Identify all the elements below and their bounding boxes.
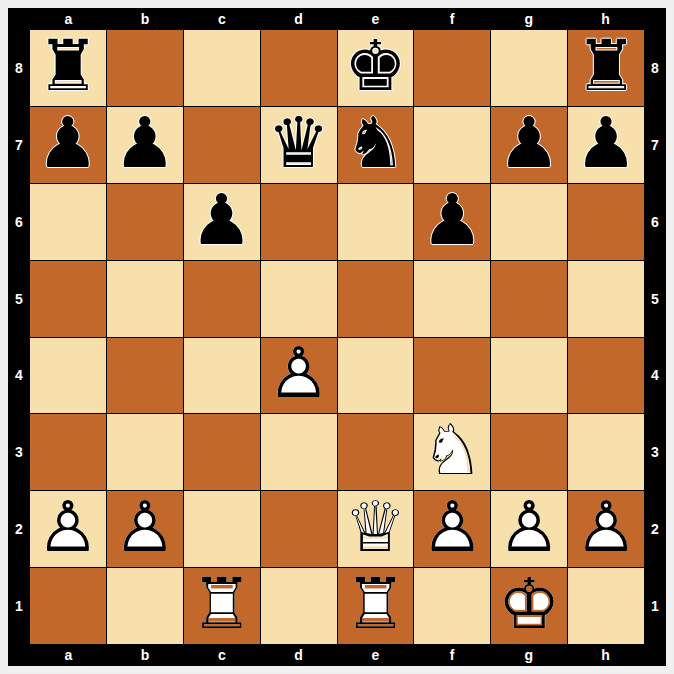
square-h6[interactable] — [568, 184, 644, 260]
file-label-b: b — [107, 8, 184, 30]
piece-glyph: ♞ — [344, 108, 407, 178]
square-a7[interactable]: ♟ — [30, 107, 106, 183]
white-knight[interactable]: ♞♘ — [421, 415, 484, 485]
square-h3[interactable] — [568, 414, 644, 490]
file-label-b: b — [107, 644, 184, 666]
file-label-g: g — [491, 644, 568, 666]
piece-outline-glyph: ♙ — [498, 492, 561, 562]
white-pawn[interactable]: ♟♙ — [267, 338, 330, 408]
square-d5[interactable] — [261, 261, 337, 337]
piece-glyph: ♟ — [190, 185, 253, 255]
white-rook[interactable]: ♜♖ — [190, 569, 253, 639]
square-e4[interactable] — [338, 338, 414, 414]
square-g3[interactable] — [491, 414, 567, 490]
piece-outline-glyph: ♙ — [421, 492, 484, 562]
page-background: abcdefgh abcdefgh 87654321 87654321 ♜♚♜♟… — [0, 0, 674, 674]
square-b4[interactable] — [107, 338, 183, 414]
square-a4[interactable] — [30, 338, 106, 414]
square-a3[interactable] — [30, 414, 106, 490]
piece-outline-glyph: ♔ — [498, 569, 561, 639]
square-c4[interactable] — [184, 338, 260, 414]
rank-label-6: 6 — [8, 184, 30, 261]
white-king[interactable]: ♚♔ — [498, 569, 561, 639]
piece-outline-glyph: ♙ — [267, 338, 330, 408]
black-king[interactable]: ♚ — [344, 31, 407, 101]
square-b5[interactable] — [107, 261, 183, 337]
rank-labels-right: 87654321 — [644, 30, 666, 644]
square-h2[interactable]: ♟♙ — [568, 491, 644, 567]
square-a2[interactable]: ♟♙ — [30, 491, 106, 567]
square-a6[interactable] — [30, 184, 106, 260]
rank-label-7: 7 — [644, 107, 666, 184]
square-b6[interactable] — [107, 184, 183, 260]
square-b8[interactable] — [107, 30, 183, 106]
square-a1[interactable] — [30, 568, 106, 644]
file-label-c: c — [184, 644, 261, 666]
file-label-d: d — [260, 8, 337, 30]
square-e6[interactable] — [338, 184, 414, 260]
square-a8[interactable]: ♜ — [30, 30, 106, 106]
square-f8[interactable] — [414, 30, 490, 106]
white-queen[interactable]: ♛♕ — [344, 492, 407, 562]
black-pawn[interactable]: ♟ — [190, 185, 253, 255]
file-label-e: e — [337, 644, 414, 666]
square-e5[interactable] — [338, 261, 414, 337]
rank-label-7: 7 — [8, 107, 30, 184]
square-f3[interactable]: ♞♘ — [414, 414, 490, 490]
white-pawn[interactable]: ♟♙ — [37, 492, 100, 562]
rank-label-4: 4 — [644, 337, 666, 414]
square-f2[interactable]: ♟♙ — [414, 491, 490, 567]
square-f5[interactable] — [414, 261, 490, 337]
square-d2[interactable] — [261, 491, 337, 567]
file-label-a: a — [30, 644, 107, 666]
black-pawn[interactable]: ♟ — [575, 108, 638, 178]
square-g6[interactable] — [491, 184, 567, 260]
piece-outline-glyph: ♖ — [344, 569, 407, 639]
piece-outline-glyph: ♙ — [113, 492, 176, 562]
chess-board: ♜♚♜♟♟♛♞♟♟♟♟♟♙♞♘♟♙♟♙♛♕♟♙♟♙♟♙♜♖♜♖♚♔ — [30, 30, 644, 644]
board-frame: abcdefgh abcdefgh 87654321 87654321 ♜♚♜♟… — [8, 8, 666, 666]
black-pawn[interactable]: ♟ — [498, 108, 561, 178]
piece-outline-glyph: ♕ — [344, 492, 407, 562]
square-e1[interactable]: ♜♖ — [338, 568, 414, 644]
piece-glyph: ♟ — [498, 108, 561, 178]
rank-label-3: 3 — [644, 414, 666, 491]
square-a5[interactable] — [30, 261, 106, 337]
file-label-f: f — [414, 8, 491, 30]
rank-label-1: 1 — [8, 567, 30, 644]
square-h5[interactable] — [568, 261, 644, 337]
square-d6[interactable] — [261, 184, 337, 260]
white-pawn[interactable]: ♟♙ — [421, 492, 484, 562]
square-e2[interactable]: ♛♕ — [338, 491, 414, 567]
white-rook[interactable]: ♜♖ — [344, 569, 407, 639]
square-h4[interactable] — [568, 338, 644, 414]
white-pawn[interactable]: ♟♙ — [498, 492, 561, 562]
file-labels-bottom: abcdefgh — [30, 644, 644, 666]
piece-glyph: ♛ — [267, 108, 330, 178]
file-label-a: a — [30, 8, 107, 30]
square-g7[interactable]: ♟ — [491, 107, 567, 183]
file-label-c: c — [184, 8, 261, 30]
black-rook[interactable]: ♜ — [37, 31, 100, 101]
rank-label-1: 1 — [644, 567, 666, 644]
square-c1[interactable]: ♜♖ — [184, 568, 260, 644]
rank-label-8: 8 — [644, 30, 666, 107]
black-pawn[interactable]: ♟ — [113, 108, 176, 178]
piece-outline-glyph: ♙ — [575, 492, 638, 562]
square-c7[interactable] — [184, 107, 260, 183]
rank-label-3: 3 — [8, 414, 30, 491]
square-d4[interactable]: ♟♙ — [261, 338, 337, 414]
square-f7[interactable] — [414, 107, 490, 183]
black-queen[interactable]: ♛ — [267, 108, 330, 178]
square-b2[interactable]: ♟♙ — [107, 491, 183, 567]
square-d7[interactable]: ♛ — [261, 107, 337, 183]
square-f1[interactable] — [414, 568, 490, 644]
square-h8[interactable]: ♜ — [568, 30, 644, 106]
piece-glyph: ♚ — [344, 31, 407, 101]
rank-label-2: 2 — [8, 491, 30, 568]
square-f4[interactable] — [414, 338, 490, 414]
piece-glyph: ♟ — [575, 108, 638, 178]
square-d3[interactable] — [261, 414, 337, 490]
rank-label-5: 5 — [8, 260, 30, 337]
square-d8[interactable] — [261, 30, 337, 106]
rank-label-8: 8 — [8, 30, 30, 107]
file-label-d: d — [260, 644, 337, 666]
square-e7[interactable]: ♞ — [338, 107, 414, 183]
piece-glyph: ♟ — [421, 185, 484, 255]
black-pawn[interactable]: ♟ — [421, 185, 484, 255]
piece-outline-glyph: ♖ — [190, 569, 253, 639]
file-labels-top: abcdefgh — [30, 8, 644, 30]
black-rook[interactable]: ♜ — [575, 31, 638, 101]
black-knight[interactable]: ♞ — [344, 108, 407, 178]
rank-labels-left: 87654321 — [8, 30, 30, 644]
piece-glyph: ♟ — [113, 108, 176, 178]
square-f6[interactable]: ♟ — [414, 184, 490, 260]
piece-outline-glyph: ♘ — [421, 415, 484, 485]
square-g5[interactable] — [491, 261, 567, 337]
rank-label-6: 6 — [644, 184, 666, 261]
square-g8[interactable] — [491, 30, 567, 106]
black-pawn[interactable]: ♟ — [37, 108, 100, 178]
square-c6[interactable]: ♟ — [184, 184, 260, 260]
file-label-e: e — [337, 8, 414, 30]
piece-outline-glyph: ♙ — [37, 492, 100, 562]
square-g2[interactable]: ♟♙ — [491, 491, 567, 567]
square-c2[interactable] — [184, 491, 260, 567]
rank-label-2: 2 — [644, 491, 666, 568]
white-pawn[interactable]: ♟♙ — [575, 492, 638, 562]
square-b3[interactable] — [107, 414, 183, 490]
square-h1[interactable] — [568, 568, 644, 644]
file-label-h: h — [567, 8, 644, 30]
file-label-h: h — [567, 644, 644, 666]
piece-glyph: ♟ — [37, 108, 100, 178]
file-label-f: f — [414, 644, 491, 666]
piece-glyph: ♜ — [575, 31, 638, 101]
square-h7[interactable]: ♟ — [568, 107, 644, 183]
square-d1[interactable] — [261, 568, 337, 644]
square-e3[interactable] — [338, 414, 414, 490]
square-g4[interactable] — [491, 338, 567, 414]
square-c3[interactable] — [184, 414, 260, 490]
rank-label-4: 4 — [8, 337, 30, 414]
square-b7[interactable]: ♟ — [107, 107, 183, 183]
square-b1[interactable] — [107, 568, 183, 644]
file-label-g: g — [491, 8, 568, 30]
square-c8[interactable] — [184, 30, 260, 106]
square-g1[interactable]: ♚♔ — [491, 568, 567, 644]
piece-glyph: ♜ — [37, 31, 100, 101]
rank-label-5: 5 — [644, 260, 666, 337]
square-e8[interactable]: ♚ — [338, 30, 414, 106]
white-pawn[interactable]: ♟♙ — [113, 492, 176, 562]
square-c5[interactable] — [184, 261, 260, 337]
